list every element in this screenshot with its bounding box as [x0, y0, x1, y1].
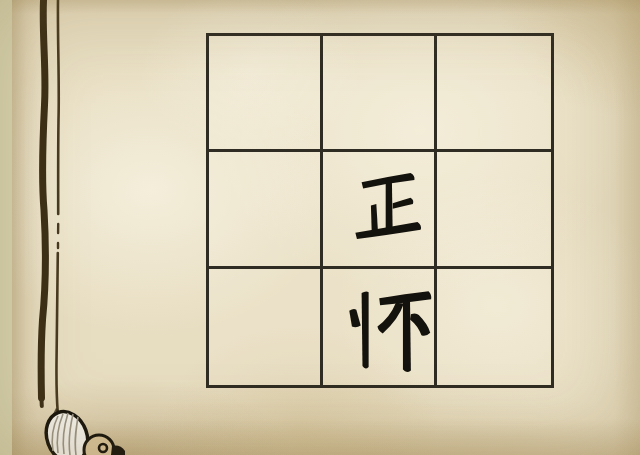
cell-r1c1[interactable]	[209, 36, 323, 152]
cell-r3c3[interactable]	[437, 269, 551, 385]
puzzle-board: 正 怀	[206, 33, 554, 388]
cell-r3c2[interactable]: 怀	[323, 269, 437, 385]
page-left-edge	[0, 0, 12, 455]
character-zheng-glyph	[349, 166, 427, 239]
page-torn-edge	[12, 0, 38, 455]
cell-r1c2[interactable]	[323, 36, 437, 152]
cell-r1c3[interactable]	[437, 36, 551, 152]
cell-r2c2[interactable]: 正	[323, 152, 437, 268]
cell-r3c1[interactable]	[209, 269, 323, 385]
game-screen: 正 怀	[0, 0, 640, 455]
character-huai-glyph	[343, 286, 433, 374]
cell-r2c3[interactable]	[437, 152, 551, 268]
cell-r2c1[interactable]	[209, 152, 323, 268]
